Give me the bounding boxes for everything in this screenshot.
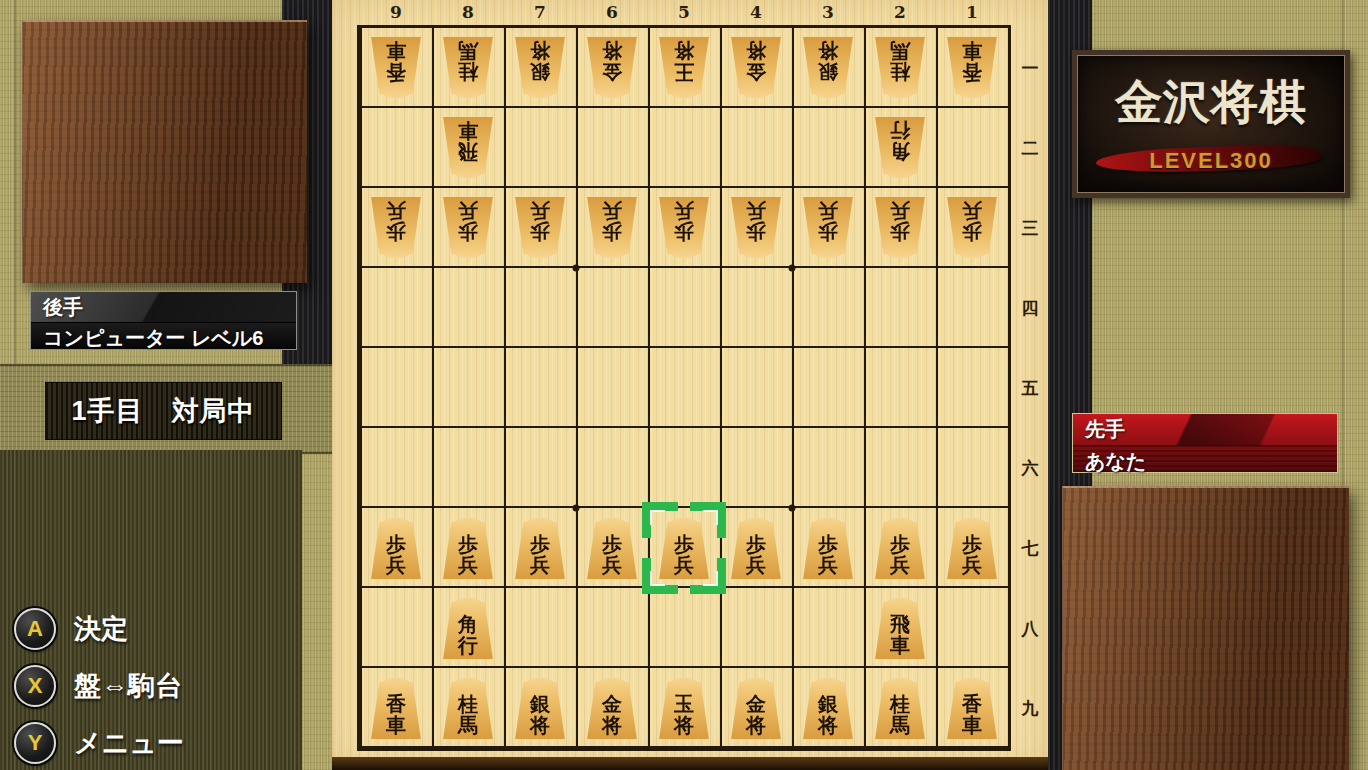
piece-2b-bishop[interactable]: 角行 xyxy=(873,117,927,179)
piece-8g-pawn[interactable]: 歩兵 xyxy=(441,517,495,579)
piece-2a-knight[interactable]: 桂馬 xyxy=(873,37,927,99)
rank-label: 三 xyxy=(1014,188,1046,268)
piece-8c-pawn[interactable]: 歩兵 xyxy=(441,197,495,259)
gote-player-bar: 後手 コンピューター レベル6 xyxy=(30,291,297,350)
hint-menu-label: メニュー xyxy=(74,725,184,761)
piece-2h-rook[interactable]: 飛車 xyxy=(873,597,927,659)
piece-4i-gold[interactable]: 金将 xyxy=(729,677,783,739)
piece-4a-gold[interactable]: 金将 xyxy=(729,37,783,99)
file-labels: 987654321 xyxy=(360,2,1008,26)
piece-3a-silver[interactable]: 銀将 xyxy=(801,37,855,99)
piece-3i-silver[interactable]: 銀将 xyxy=(801,677,855,739)
file-label: 2 xyxy=(864,2,936,26)
gote-side-label: 後手 xyxy=(31,292,296,322)
piece-9g-pawn[interactable]: 歩兵 xyxy=(369,517,423,579)
rank-label: 七 xyxy=(1014,508,1046,588)
piece-5i-king[interactable]: 玉将 xyxy=(657,677,711,739)
piece-5c-pawn[interactable]: 歩兵 xyxy=(657,197,711,259)
piece-9i-lance[interactable]: 香車 xyxy=(369,677,423,739)
sente-komadai[interactable] xyxy=(1062,486,1349,770)
logo-title: 金沢将棋 xyxy=(1077,77,1345,127)
game-screen: 後手 コンピューター レベル6 1手目 対局中 A 決定 X 盤⇔駒台 Y メニ… xyxy=(0,0,1368,770)
file-label: 8 xyxy=(432,2,504,26)
piece-6i-gold[interactable]: 金将 xyxy=(585,677,639,739)
shogi-board[interactable]: 香車桂馬銀将金将王将金将銀将桂馬香車飛車角行歩兵歩兵歩兵歩兵歩兵歩兵歩兵歩兵歩兵… xyxy=(357,25,1011,751)
gote-player-name: コンピューター レベル6 xyxy=(31,322,296,349)
button-a-icon[interactable]: A xyxy=(14,608,56,650)
piece-8b-rook[interactable]: 飛車 xyxy=(441,117,495,179)
file-label: 1 xyxy=(936,2,1008,26)
rank-label: 四 xyxy=(1014,268,1046,348)
board-panel: 987654321 一二三四五六七八九 香車桂馬銀将金将王将金将銀将桂馬香車飛車… xyxy=(332,0,1048,770)
move-status-text: 1手目 対局中 xyxy=(71,393,255,429)
board-bottom-edge xyxy=(332,757,1048,770)
sente-side-label: 先手 xyxy=(1073,414,1337,445)
piece-8a-knight[interactable]: 桂馬 xyxy=(441,37,495,99)
piece-4c-pawn[interactable]: 歩兵 xyxy=(729,197,783,259)
piece-7a-silver[interactable]: 銀将 xyxy=(513,37,567,99)
rank-label: 六 xyxy=(1014,428,1046,508)
piece-6a-gold[interactable]: 金将 xyxy=(585,37,639,99)
rank-labels: 一二三四五六七八九 xyxy=(1014,28,1046,748)
piece-9a-lance[interactable]: 香車 xyxy=(369,37,423,99)
file-label: 7 xyxy=(504,2,576,26)
right-panel: 金沢将棋 LEVEL300 先手 あなた xyxy=(1048,0,1368,770)
piece-3c-pawn[interactable]: 歩兵 xyxy=(801,197,855,259)
piece-8i-knight[interactable]: 桂馬 xyxy=(441,677,495,739)
piece-9c-pawn[interactable]: 歩兵 xyxy=(369,197,423,259)
hint-board-stand: X 盤⇔駒台 xyxy=(14,664,182,708)
button-y-icon[interactable]: Y xyxy=(14,722,56,764)
sente-player-name: あなた xyxy=(1073,445,1337,472)
hint-menu: Y メニュー xyxy=(14,721,184,765)
hint-board-stand-label: 盤⇔駒台 xyxy=(74,668,182,704)
game-logo-plaque: 金沢将棋 LEVEL300 xyxy=(1072,50,1350,198)
file-label: 9 xyxy=(360,2,432,26)
button-x-icon[interactable]: X xyxy=(14,665,56,707)
piece-5a-king[interactable]: 王将 xyxy=(657,37,711,99)
piece-4g-pawn[interactable]: 歩兵 xyxy=(729,517,783,579)
file-label: 4 xyxy=(720,2,792,26)
hint-confirm-label: 決定 xyxy=(74,611,128,647)
piece-2g-pawn[interactable]: 歩兵 xyxy=(873,517,927,579)
logo-subtitle: LEVEL300 xyxy=(1077,148,1345,174)
rank-label: 二 xyxy=(1014,108,1046,188)
rank-label: 九 xyxy=(1014,668,1046,748)
piece-7c-pawn[interactable]: 歩兵 xyxy=(513,197,567,259)
piece-1i-lance[interactable]: 香車 xyxy=(945,677,999,739)
piece-7g-pawn[interactable]: 歩兵 xyxy=(513,517,567,579)
gote-komadai[interactable] xyxy=(22,20,307,283)
left-panel: 後手 コンピューター レベル6 1手目 対局中 A 決定 X 盤⇔駒台 Y メニ… xyxy=(0,0,332,770)
piece-8h-bishop[interactable]: 角行 xyxy=(441,597,495,659)
hint-confirm: A 決定 xyxy=(14,607,128,651)
piece-3g-pawn[interactable]: 歩兵 xyxy=(801,517,855,579)
star-point xyxy=(789,505,796,512)
piece-1g-pawn[interactable]: 歩兵 xyxy=(945,517,999,579)
rank-label: 一 xyxy=(1014,28,1046,108)
piece-2c-pawn[interactable]: 歩兵 xyxy=(873,197,927,259)
piece-7i-silver[interactable]: 銀将 xyxy=(513,677,567,739)
star-point xyxy=(573,265,580,272)
star-point xyxy=(573,505,580,512)
piece-2i-knight[interactable]: 桂馬 xyxy=(873,677,927,739)
rank-label: 八 xyxy=(1014,588,1046,668)
file-label: 6 xyxy=(576,2,648,26)
file-label: 5 xyxy=(648,2,720,26)
piece-6g-pawn[interactable]: 歩兵 xyxy=(585,517,639,579)
rank-label: 五 xyxy=(1014,348,1046,428)
star-point xyxy=(789,265,796,272)
file-label: 3 xyxy=(792,2,864,26)
piece-1a-lance[interactable]: 香車 xyxy=(945,37,999,99)
piece-6c-pawn[interactable]: 歩兵 xyxy=(585,197,639,259)
piece-1c-pawn[interactable]: 歩兵 xyxy=(945,197,999,259)
move-status-plate: 1手目 対局中 xyxy=(45,382,282,440)
sente-player-bar: 先手 あなた xyxy=(1072,413,1338,473)
